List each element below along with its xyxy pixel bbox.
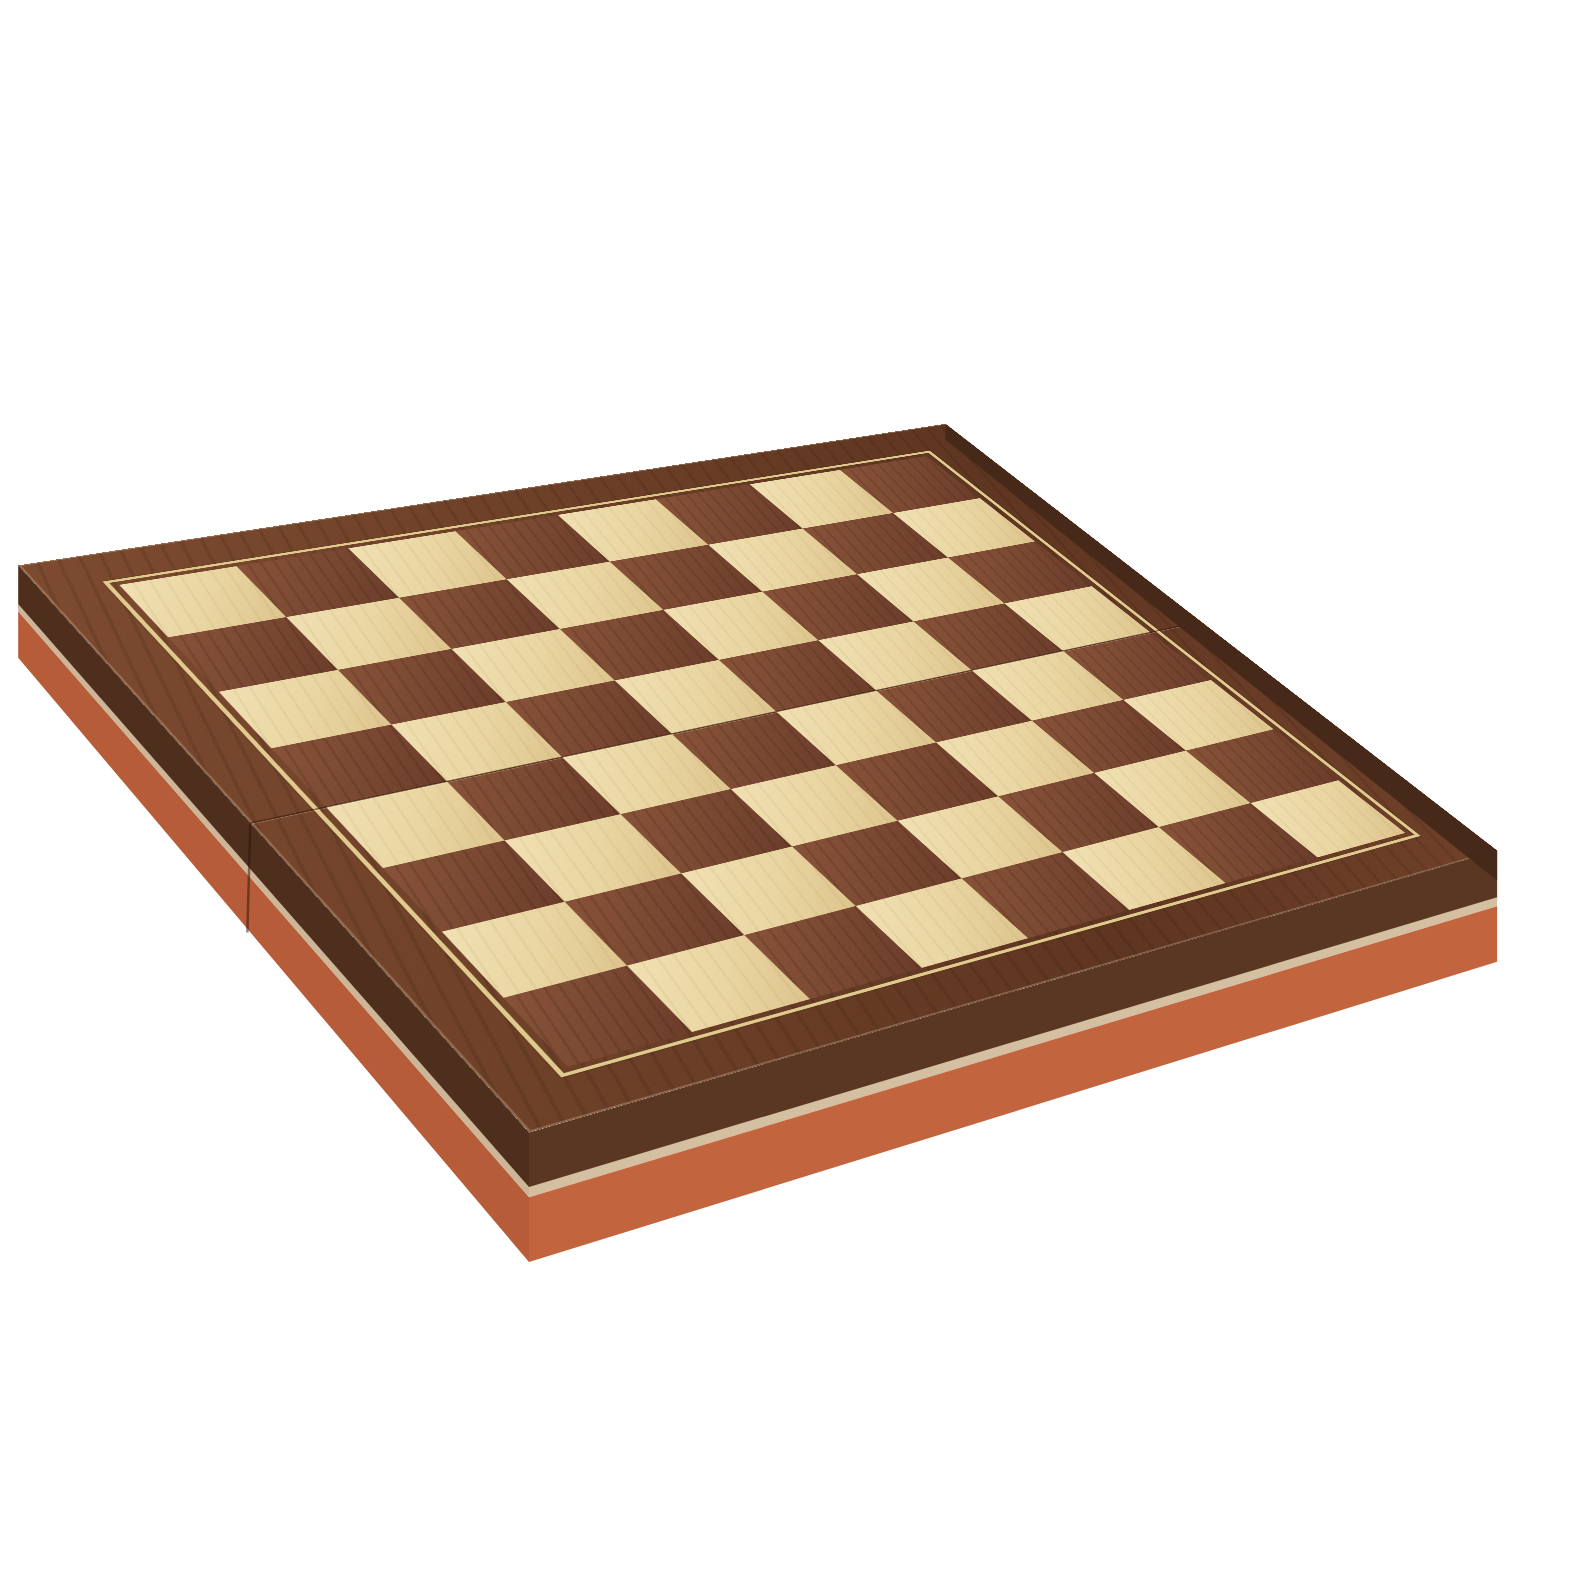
brass-clasp [0,0,76,100]
chess-set-product-photo [0,0,1578,1578]
box-side-faces [0,0,1578,1578]
